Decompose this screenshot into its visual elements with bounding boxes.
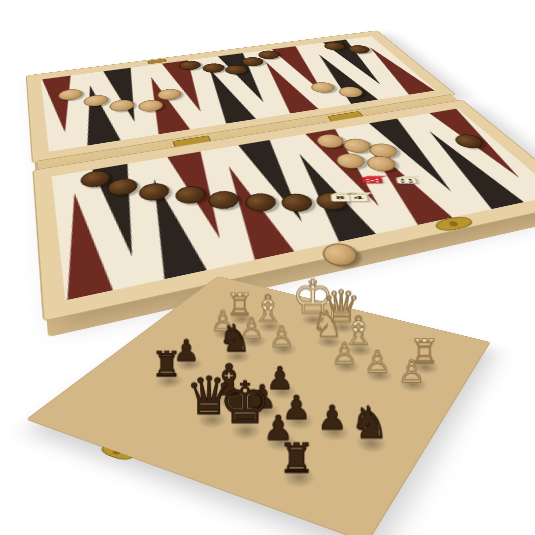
red-die[interactable] bbox=[361, 177, 383, 183]
backgammon-far-interior bbox=[41, 36, 436, 152]
backgammon-point[interactable] bbox=[134, 176, 208, 280]
backgammon-far-tray bbox=[27, 31, 455, 163]
backgammon-point[interactable] bbox=[102, 68, 151, 125]
white-die[interactable] bbox=[395, 178, 417, 184]
doubling-cube[interactable]: 6484 bbox=[330, 195, 369, 202]
backgammon-point[interactable] bbox=[306, 53, 379, 105]
checker-dark[interactable] bbox=[451, 133, 489, 150]
checker-light[interactable] bbox=[308, 81, 338, 94]
backgammon-board: 6484 bbox=[27, 31, 535, 321]
piece-black-rook[interactable]: ♜ bbox=[270, 438, 323, 481]
piece-black-rook[interactable]: ♜ bbox=[144, 347, 189, 383]
checker-dark[interactable] bbox=[205, 189, 243, 212]
checker-dark[interactable] bbox=[172, 184, 208, 206]
checker-light[interactable] bbox=[332, 152, 369, 171]
backgammon-open-box: 6484 bbox=[27, 31, 535, 321]
piece-white-pawn[interactable]: ♙ bbox=[389, 355, 434, 387]
backgammon-point[interactable] bbox=[54, 190, 115, 301]
rank-label: 8 bbox=[459, 356, 472, 361]
product-photo-stage: 6484 ABCDEFGH12345678 ♔♕♖♖♗♗♘♙♙♙♙♙♙♚♛♜♜♝… bbox=[0, 0, 535, 535]
checker-dark[interactable] bbox=[137, 181, 172, 203]
checker-light[interactable] bbox=[82, 94, 109, 108]
piece-black-knight[interactable]: ♞ bbox=[345, 400, 395, 446]
backgammon-point[interactable] bbox=[41, 75, 83, 135]
checker-dark[interactable] bbox=[200, 62, 227, 74]
